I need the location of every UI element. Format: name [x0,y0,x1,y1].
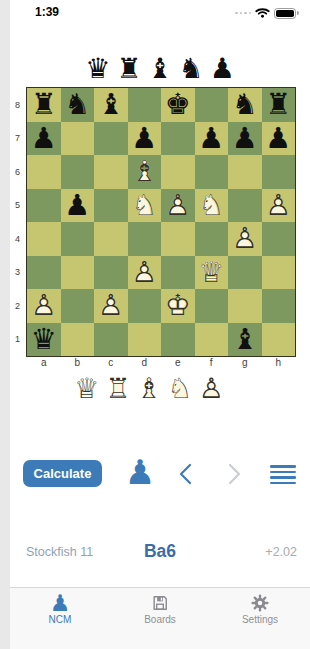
square-c1[interactable] [94,323,128,357]
square-g2[interactable] [228,289,262,323]
rank-label: 2 [11,289,24,323]
white-queen[interactable]: ♕ [198,258,224,287]
square-c4[interactable] [94,222,128,256]
square-h6[interactable] [262,155,296,189]
black-pawn[interactable]: ♟ [210,55,235,83]
white-rook[interactable]: ♖ [105,375,130,403]
white-pawn[interactable]: ♙ [199,375,224,403]
square-a5[interactable] [27,189,61,223]
square-f7[interactable]: ♟ [195,122,229,156]
tab-settings-label: Settings [220,614,300,625]
black-pawn[interactable]: ♟ [31,124,57,153]
square-e8[interactable]: ♚ [161,88,195,122]
chevron-left-icon[interactable] [176,462,198,490]
black-pawn[interactable]: ♟ [64,191,90,220]
square-f4[interactable] [195,222,229,256]
square-d7[interactable]: ♟ [128,122,162,156]
rank-label: 4 [11,222,24,256]
square-e7[interactable] [161,122,195,156]
white-pawn[interactable]: ♙ [232,224,258,253]
square-h2[interactable] [262,289,296,323]
black-rook[interactable]: ♜ [116,55,141,83]
square-b3[interactable] [61,256,95,290]
status-time: 1:39 [35,5,59,19]
file-label: g [228,357,262,368]
square-d8[interactable] [128,88,162,122]
square-d4[interactable] [128,222,162,256]
rank-label: 1 [11,323,24,357]
cellular-dots-icon [235,12,251,15]
white-pawn[interactable]: ♙ [98,291,124,320]
black-rook[interactable]: ♜ [265,90,291,119]
tab-bar: ♟ NCM Boards [10,587,310,649]
square-h7[interactable]: ♟ [262,122,296,156]
rank-label: 3 [11,256,24,290]
square-a6[interactable] [27,155,61,189]
black-knight[interactable]: ♞ [232,90,258,119]
square-g5[interactable] [228,189,262,223]
rank-label: 8 [11,88,24,122]
square-e5[interactable]: ♙ [161,189,195,223]
white-pawn[interactable]: ♙ [265,191,291,220]
square-b5[interactable]: ♟ [61,189,95,223]
square-f3[interactable]: ♕ [195,256,229,290]
square-c3[interactable] [94,256,128,290]
chevron-right-icon[interactable] [222,462,244,490]
tab-boards[interactable]: Boards [120,592,200,625]
black-pawn[interactable]: ♟ [265,124,291,153]
gear-icon [220,592,300,613]
evaluation-score: +2.02 [265,545,297,559]
black-bishop[interactable]: ♝ [98,90,124,119]
black-piece-tray: ♛♜♝♞♟ [10,53,310,85]
square-h8[interactable]: ♜ [262,88,296,122]
file-label: c [94,357,128,368]
square-e6[interactable] [161,155,195,189]
square-g8[interactable]: ♞ [228,88,262,122]
square-g4[interactable]: ♙ [228,222,262,256]
black-pawn[interactable]: ♟ [131,124,157,153]
floppy-disk-icon [120,592,200,613]
square-c2[interactable]: ♙ [94,289,128,323]
file-label: h [262,357,296,368]
tab-ncm[interactable]: ♟ NCM [20,592,100,625]
square-f5[interactable]: ♘ [195,189,229,223]
black-knight[interactable]: ♞ [64,90,90,119]
black-king[interactable]: ♚ [165,90,191,119]
square-d3[interactable]: ♙ [128,256,162,290]
square-e3[interactable] [161,256,195,290]
tab-boards-label: Boards [120,614,200,625]
white-pawn[interactable]: ♙ [131,258,157,287]
rank-label: 7 [11,122,24,156]
square-c6[interactable] [94,155,128,189]
square-g7[interactable]: ♟ [228,122,262,156]
square-c5[interactable] [94,189,128,223]
square-a8[interactable]: ♜ [27,88,61,122]
square-a2[interactable]: ♙ [27,289,61,323]
white-knight[interactable]: ♘ [131,191,157,220]
pawn-icon: ♟ [50,593,71,613]
hamburger-menu-icon[interactable] [270,465,296,484]
controls-row: Calculate ♟ [10,458,310,492]
square-h3[interactable] [262,256,296,290]
square-d1[interactable] [128,323,162,357]
square-a7[interactable]: ♟ [27,122,61,156]
black-bishop[interactable]: ♝ [232,325,258,354]
black-queen[interactable]: ♛ [85,55,110,83]
square-h5[interactable]: ♙ [262,189,296,223]
white-pawn[interactable]: ♙ [165,191,191,220]
square-e2[interactable]: ♔ [161,289,195,323]
black-pawn[interactable]: ♟ [232,124,258,153]
calculate-button[interactable]: Calculate [23,460,102,487]
square-e1[interactable] [161,323,195,357]
black-queen[interactable]: ♛ [31,325,57,354]
file-label: e [161,357,195,368]
white-bishop[interactable]: ♗ [131,157,157,186]
file-label: f [195,357,229,368]
white-knight[interactable]: ♘ [168,375,193,403]
white-bishop[interactable]: ♗ [136,375,161,403]
square-d5[interactable]: ♘ [128,189,162,223]
wifi-icon [255,4,270,22]
square-h4[interactable] [262,222,296,256]
square-a3[interactable] [27,256,61,290]
side-to-move-pawn-icon[interactable]: ♟ [122,456,158,488]
square-c7[interactable] [94,122,128,156]
square-d2[interactable] [128,289,162,323]
square-f6[interactable] [195,155,229,189]
square-f8[interactable] [195,88,229,122]
black-knight[interactable]: ♞ [179,55,204,83]
square-a1[interactable]: ♛ [27,323,61,357]
file-label: d [128,357,162,368]
black-pawn[interactable]: ♟ [198,124,224,153]
square-f2[interactable] [195,289,229,323]
white-knight[interactable]: ♘ [198,191,224,220]
tab-settings[interactable]: Settings [220,592,300,625]
square-h1[interactable] [262,323,296,357]
square-g6[interactable] [228,155,262,189]
square-d6[interactable]: ♗ [128,155,162,189]
app-screen: 1:39 ♛♜♝♞♟ 87654321 ♜♞♝♚♞♜♟♟♟♟♟♗♟♘♙♘♙♙♙♕… [10,0,310,649]
white-piece-tray: ♕♖♗♘♙ [10,374,299,404]
file-label: a [27,357,61,368]
square-b7[interactable] [61,122,95,156]
square-b8[interactable]: ♞ [61,88,95,122]
white-king[interactable]: ♔ [165,291,191,320]
square-b4[interactable] [61,222,95,256]
square-a4[interactable] [27,222,61,256]
rank-labels: 87654321 [11,88,24,356]
black-bishop[interactable]: ♝ [147,55,172,83]
square-f1[interactable] [195,323,229,357]
file-labels: abcdefgh [27,357,295,368]
white-queen[interactable]: ♕ [74,375,99,403]
square-b6[interactable] [61,155,95,189]
status-icons [235,7,299,19]
rank-label: 6 [11,155,24,189]
tab-ncm-label: NCM [20,614,100,625]
rank-label: 5 [11,189,24,223]
file-label: b [61,357,95,368]
white-pawn[interactable]: ♙ [31,291,57,320]
square-b2[interactable] [61,289,95,323]
chess-board: ♜♞♝♚♞♜♟♟♟♟♟♗♟♘♙♘♙♙♙♕♙♙♔♛♝ [26,87,296,357]
black-rook[interactable]: ♜ [31,90,57,119]
square-c8[interactable]: ♝ [94,88,128,122]
square-g1[interactable]: ♝ [228,323,262,357]
square-e4[interactable] [161,222,195,256]
square-b1[interactable] [61,323,95,357]
engine-row: Stockfish 11 Ba6 +2.02 [10,541,310,563]
square-g3[interactable] [228,256,262,290]
battery-icon [274,8,299,19]
